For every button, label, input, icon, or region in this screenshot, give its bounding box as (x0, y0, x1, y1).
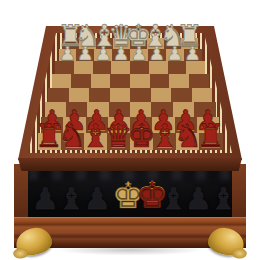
square-f2: ♟ (152, 117, 174, 133)
board-rank-8: ♜♞♝♛♚♝♞♜ (62, 38, 198, 49)
square-c3 (87, 102, 108, 117)
square-e4 (130, 88, 151, 103)
square-a4 (48, 88, 69, 103)
square-b1: ♞ (61, 133, 84, 150)
square-d1: ♛ (107, 133, 130, 150)
square-g4 (171, 88, 192, 103)
square-h1: ♜ (199, 133, 222, 150)
square-d6 (111, 61, 130, 74)
square-c7: ♟ (94, 49, 112, 61)
square-d5 (110, 74, 130, 88)
board-rank-5 (52, 74, 209, 88)
square-a3 (45, 102, 66, 117)
square-a5 (52, 74, 72, 88)
board-rank-3 (45, 102, 216, 117)
square-b6 (74, 61, 93, 74)
square-d8: ♛ (113, 38, 130, 49)
board-rank-1: ♜♞♝♛♚♝♞♜ (38, 133, 223, 150)
square-f8: ♝ (147, 38, 164, 49)
board-front-edge (18, 158, 242, 171)
square-c4 (89, 88, 110, 103)
square-d7: ♟ (112, 49, 130, 61)
square-f4 (151, 88, 172, 103)
square-g5 (169, 74, 189, 88)
square-c5 (91, 74, 111, 88)
square-f7: ♟ (148, 49, 166, 61)
square-g7: ♟ (166, 49, 184, 61)
square-h5 (189, 74, 209, 88)
square-d2: ♟ (108, 117, 130, 133)
board-rank-2: ♟♟♟♟♟♟♟♟ (41, 117, 219, 133)
square-f5 (150, 74, 170, 88)
square-e5 (130, 74, 150, 88)
square-a7: ♟ (59, 49, 77, 61)
square-h2: ♟ (197, 117, 219, 133)
square-b4 (69, 88, 90, 103)
square-c6 (93, 61, 112, 74)
square-b5 (71, 74, 91, 88)
square-d4 (110, 88, 131, 103)
square-h6 (186, 61, 205, 74)
chess-board: ♜♞♝♛♚♝♞♜♟♟♟♟♟♟♟♟♟♟♟♟♟♟♟♟♜♞♝♛♚♝♞♜ (0, 0, 260, 260)
square-e8: ♚ (130, 38, 147, 49)
square-c1: ♝ (84, 133, 107, 150)
square-e2: ♟ (130, 117, 152, 133)
square-b3 (66, 102, 87, 117)
square-h8: ♜ (181, 38, 198, 49)
square-b2: ♟ (63, 117, 85, 133)
square-g2: ♟ (175, 117, 197, 133)
board-rank-7: ♟♟♟♟♟♟♟♟ (59, 49, 202, 61)
square-g3 (173, 102, 194, 117)
square-e7: ♟ (130, 49, 148, 61)
square-f6 (149, 61, 168, 74)
square-g6 (168, 61, 187, 74)
square-f1: ♝ (153, 133, 176, 150)
square-a6 (55, 61, 74, 74)
square-h3 (194, 102, 215, 117)
board-squares: ♜♞♝♛♚♝♞♜♟♟♟♟♟♟♟♟♟♟♟♟♟♟♟♟♜♞♝♛♚♝♞♜ (0, 38, 260, 150)
square-f3 (151, 102, 172, 117)
square-e3 (130, 102, 151, 117)
square-a8: ♜ (62, 38, 79, 49)
square-g1: ♞ (176, 133, 199, 150)
square-c8: ♝ (96, 38, 113, 49)
square-a1: ♜ (38, 133, 61, 150)
square-b8: ♞ (79, 38, 96, 49)
square-c2: ♟ (86, 117, 108, 133)
square-e1: ♚ (130, 133, 153, 150)
square-h7: ♟ (184, 49, 202, 61)
square-g8: ♞ (164, 38, 181, 49)
board-rank-4 (48, 88, 212, 103)
board-rank-6 (55, 61, 205, 74)
chess-set-product-photo: ♟♝♟♚♚♝♟♝♟ ♜♞♝♛♚♝♞♜♟♟♟♟♟♟♟♟♟♟♟♟♟♟♟♟♜♞♝♛♚♝… (0, 0, 260, 260)
square-h4 (192, 88, 213, 103)
square-e6 (130, 61, 149, 74)
square-a2: ♟ (41, 117, 63, 133)
square-b7: ♟ (76, 49, 94, 61)
square-d3 (109, 102, 130, 117)
